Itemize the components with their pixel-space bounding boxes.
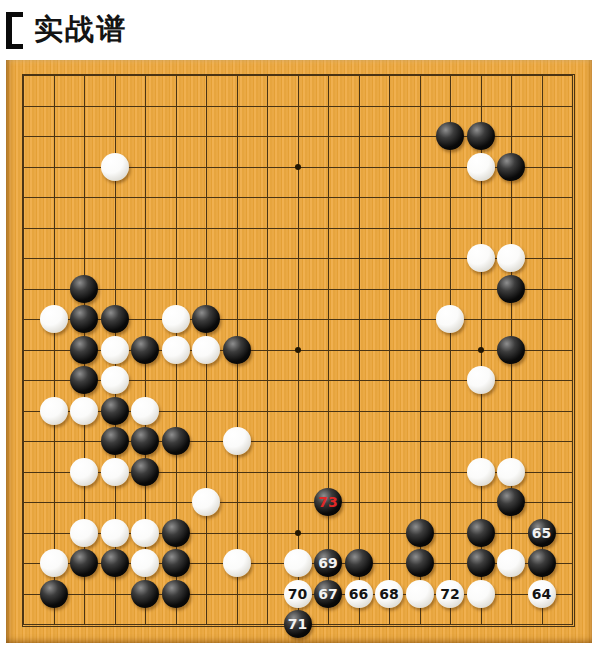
stone-black-5-17	[162, 580, 190, 608]
stone-black-5-15	[162, 519, 190, 547]
stone-black-17-15-move-65: 65	[528, 519, 556, 547]
stone-white-9-16	[284, 549, 312, 577]
stone-white-3-10	[101, 366, 129, 394]
stone-white-1-11	[40, 397, 68, 425]
stone-white-7-16	[223, 549, 251, 577]
stone-white-16-6	[497, 244, 525, 272]
stone-white-15-17	[467, 580, 495, 608]
page-header: 实战谱	[0, 0, 600, 60]
stone-black-16-7	[497, 275, 525, 303]
stone-white-6-9	[192, 336, 220, 364]
stone-black-5-12	[162, 427, 190, 455]
stone-white-5-9	[162, 336, 190, 364]
stone-black-10-14-move-73: 73	[314, 488, 342, 516]
stone-white-9-17-move-70: 70	[284, 580, 312, 608]
stone-black-13-16	[406, 549, 434, 577]
move-number: 69	[314, 549, 342, 577]
stone-black-11-16	[345, 549, 373, 577]
move-number: 66	[345, 580, 373, 608]
stone-black-3-11	[101, 397, 129, 425]
page-title: 实战谱	[34, 10, 127, 50]
stone-black-2-8	[70, 305, 98, 333]
stone-white-7-12	[223, 427, 251, 455]
stone-black-3-12	[101, 427, 129, 455]
stone-white-3-15	[101, 519, 129, 547]
stone-white-2-13	[70, 458, 98, 486]
stone-white-15-10	[467, 366, 495, 394]
stone-black-1-17	[40, 580, 68, 608]
stone-white-16-16	[497, 549, 525, 577]
stone-black-5-16	[162, 549, 190, 577]
stone-white-6-14	[192, 488, 220, 516]
stone-black-2-10	[70, 366, 98, 394]
move-number: 70	[284, 580, 312, 608]
stone-black-16-14	[497, 488, 525, 516]
stone-white-4-15	[131, 519, 159, 547]
stone-white-5-8	[162, 305, 190, 333]
stone-white-17-17-move-64: 64	[528, 580, 556, 608]
stone-white-1-16	[40, 549, 68, 577]
stone-black-17-16	[528, 549, 556, 577]
title-bracket-icon	[6, 12, 23, 49]
stone-black-2-7	[70, 275, 98, 303]
stone-white-3-13	[101, 458, 129, 486]
page: { "game": "go", "header": { "bracket": "…	[0, 0, 600, 658]
stone-white-1-8	[40, 305, 68, 333]
stone-black-15-16	[467, 549, 495, 577]
stone-white-4-11	[131, 397, 159, 425]
stone-black-2-16	[70, 549, 98, 577]
stone-white-2-11	[70, 397, 98, 425]
move-number: 71	[284, 610, 312, 638]
stone-black-16-9	[497, 336, 525, 364]
go-board: 73656970676668726471	[6, 60, 592, 643]
stone-black-10-16-move-69: 69	[314, 549, 342, 577]
stone-black-2-9	[70, 336, 98, 364]
stone-black-3-16	[101, 549, 129, 577]
stone-black-15-15	[467, 519, 495, 547]
stone-black-3-8	[101, 305, 129, 333]
stone-black-4-12	[131, 427, 159, 455]
stone-black-6-8	[192, 305, 220, 333]
stone-white-11-17-move-66: 66	[345, 580, 373, 608]
stone-white-15-6	[467, 244, 495, 272]
stone-black-9-18-move-71: 71	[284, 610, 312, 638]
stone-white-14-8	[436, 305, 464, 333]
stone-black-4-17	[131, 580, 159, 608]
move-number: 72	[436, 580, 464, 608]
stone-white-3-9	[101, 336, 129, 364]
stone-white-16-13	[497, 458, 525, 486]
stone-black-10-17-move-67: 67	[314, 580, 342, 608]
board-stones-layer: 73656970676668726471	[8, 60, 588, 640]
stone-white-4-16	[131, 549, 159, 577]
stone-black-13-15	[406, 519, 434, 547]
stone-white-3-3	[101, 153, 129, 181]
stone-black-15-2	[467, 122, 495, 150]
stone-white-13-17	[406, 580, 434, 608]
move-number: 65	[528, 519, 556, 547]
stone-white-15-3	[467, 153, 495, 181]
stone-white-15-13	[467, 458, 495, 486]
stone-white-12-17-move-68: 68	[375, 580, 403, 608]
stone-black-4-9	[131, 336, 159, 364]
move-number: 73	[314, 488, 342, 516]
stone-white-14-17-move-72: 72	[436, 580, 464, 608]
stone-black-4-13	[131, 458, 159, 486]
move-number: 64	[528, 580, 556, 608]
stone-black-14-2	[436, 122, 464, 150]
move-number: 67	[314, 580, 342, 608]
stone-black-7-9	[223, 336, 251, 364]
move-number: 68	[375, 580, 403, 608]
stone-black-16-3	[497, 153, 525, 181]
stone-white-2-15	[70, 519, 98, 547]
